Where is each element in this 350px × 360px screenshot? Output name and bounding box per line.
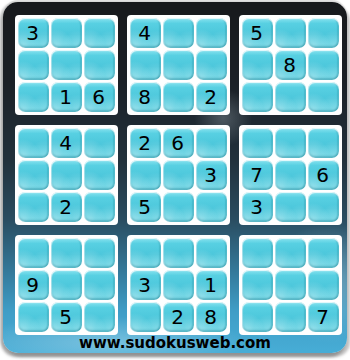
cell-r5c6[interactable]: 3 [196, 160, 227, 190]
cell-r5c2[interactable] [51, 160, 82, 190]
cell-r9c8[interactable] [275, 302, 306, 332]
sudoku-board: 316482584226357639531287 [15, 15, 342, 335]
cell-r9c9[interactable]: 7 [308, 302, 339, 332]
cell-r5c4[interactable] [130, 160, 161, 190]
cell-r9c5[interactable]: 2 [163, 302, 194, 332]
cell-r6c6[interactable] [196, 192, 227, 222]
cell-r2c3[interactable] [84, 50, 115, 80]
box-1-3: 58 [239, 15, 342, 115]
cell-r6c7[interactable]: 3 [242, 192, 273, 222]
cell-r1c1[interactable]: 3 [18, 18, 49, 48]
cell-r7c4[interactable] [130, 238, 161, 268]
cell-r2c6[interactable] [196, 50, 227, 80]
cell-r2c5[interactable] [163, 50, 194, 80]
cell-r8c1[interactable]: 9 [18, 270, 49, 300]
cell-r3c4[interactable]: 8 [130, 82, 161, 112]
cell-r2c1[interactable] [18, 50, 49, 80]
cell-r6c9[interactable] [308, 192, 339, 222]
cell-r6c5[interactable] [163, 192, 194, 222]
box-3-3: 7 [239, 235, 342, 335]
cell-r3c9[interactable] [308, 82, 339, 112]
cell-r9c7[interactable] [242, 302, 273, 332]
cell-r9c3[interactable] [84, 302, 115, 332]
box-2-2: 2635 [127, 125, 230, 225]
cell-r8c4[interactable]: 3 [130, 270, 161, 300]
cell-r9c2[interactable]: 5 [51, 302, 82, 332]
cell-r9c1[interactable] [18, 302, 49, 332]
cell-r7c8[interactable] [275, 238, 306, 268]
box-1-1: 316 [15, 15, 118, 115]
cell-r3c7[interactable] [242, 82, 273, 112]
box-2-1: 42 [15, 125, 118, 225]
cell-r3c6[interactable]: 2 [196, 82, 227, 112]
board-frame: 316482584226357639531287 www.sudokusweb.… [3, 2, 347, 353]
cell-r4c1[interactable] [18, 128, 49, 158]
cell-r8c5[interactable] [163, 270, 194, 300]
cell-r5c7[interactable]: 7 [242, 160, 273, 190]
cell-r3c3[interactable]: 6 [84, 82, 115, 112]
cell-r7c7[interactable] [242, 238, 273, 268]
cell-r1c7[interactable]: 5 [242, 18, 273, 48]
cell-r3c2[interactable]: 1 [51, 82, 82, 112]
cell-r9c4[interactable] [130, 302, 161, 332]
cell-r3c1[interactable] [18, 82, 49, 112]
cell-r6c4[interactable]: 5 [130, 192, 161, 222]
cell-r8c6[interactable]: 1 [196, 270, 227, 300]
cell-r5c5[interactable] [163, 160, 194, 190]
cell-r2c2[interactable] [51, 50, 82, 80]
cell-r2c8[interactable]: 8 [275, 50, 306, 80]
cell-r4c9[interactable] [308, 128, 339, 158]
cell-r1c3[interactable] [84, 18, 115, 48]
cell-r5c8[interactable] [275, 160, 306, 190]
cell-r2c4[interactable] [130, 50, 161, 80]
cell-r7c3[interactable] [84, 238, 115, 268]
sudoku-page: 316482584226357639531287 www.sudokusweb.… [0, 0, 350, 360]
cell-r7c2[interactable] [51, 238, 82, 268]
cell-r5c1[interactable] [18, 160, 49, 190]
box-1-2: 482 [127, 15, 230, 115]
cell-r5c3[interactable] [84, 160, 115, 190]
cell-r7c5[interactable] [163, 238, 194, 268]
box-3-2: 3128 [127, 235, 230, 335]
cell-r6c8[interactable] [275, 192, 306, 222]
cell-r8c3[interactable] [84, 270, 115, 300]
cell-r2c7[interactable] [242, 50, 273, 80]
site-url: www.sudokusweb.com [79, 334, 271, 352]
cell-r2c9[interactable] [308, 50, 339, 80]
cell-r1c9[interactable] [308, 18, 339, 48]
box-3-1: 95 [15, 235, 118, 335]
cell-r4c3[interactable] [84, 128, 115, 158]
footer-bar: www.sudokusweb.com [3, 332, 347, 353]
cell-r1c8[interactable] [275, 18, 306, 48]
cell-r8c9[interactable] [308, 270, 339, 300]
cell-r8c7[interactable] [242, 270, 273, 300]
cell-r4c7[interactable] [242, 128, 273, 158]
cell-r3c5[interactable] [163, 82, 194, 112]
cell-r1c5[interactable] [163, 18, 194, 48]
cell-r7c6[interactable] [196, 238, 227, 268]
cell-r1c6[interactable] [196, 18, 227, 48]
cell-r6c1[interactable] [18, 192, 49, 222]
cell-r7c9[interactable] [308, 238, 339, 268]
cell-r3c8[interactable] [275, 82, 306, 112]
cell-r9c6[interactable]: 8 [196, 302, 227, 332]
cell-r1c2[interactable] [51, 18, 82, 48]
cell-r6c2[interactable]: 2 [51, 192, 82, 222]
cell-r4c2[interactable]: 4 [51, 128, 82, 158]
cell-r1c4[interactable]: 4 [130, 18, 161, 48]
cell-r4c8[interactable] [275, 128, 306, 158]
cell-r6c3[interactable] [84, 192, 115, 222]
cell-r8c2[interactable] [51, 270, 82, 300]
cell-r7c1[interactable] [18, 238, 49, 268]
cell-r4c5[interactable]: 6 [163, 128, 194, 158]
cell-r4c6[interactable] [196, 128, 227, 158]
box-2-3: 763 [239, 125, 342, 225]
cell-r8c8[interactable] [275, 270, 306, 300]
cell-r5c9[interactable]: 6 [308, 160, 339, 190]
cell-r4c4[interactable]: 2 [130, 128, 161, 158]
